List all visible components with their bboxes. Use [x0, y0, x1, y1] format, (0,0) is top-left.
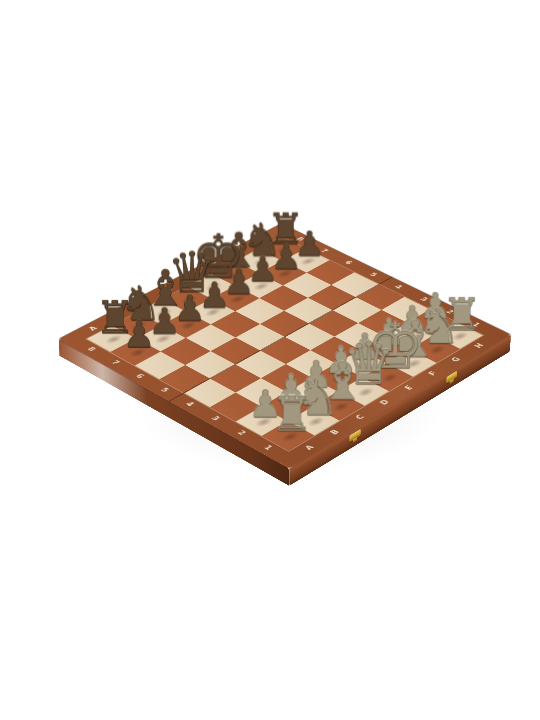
- piece-white-rook-a1: ♜: [266, 390, 317, 438]
- brass-clasp-left-icon: [349, 429, 361, 443]
- board-perspective-wrap: ♜♞♝♛♚♝♞♜♟♟♟♟♟♟♟♟♟♟♟♟♟♟♟♟♜♞♝♛♚♝♞♜ AABBCCD…: [125, 177, 445, 497]
- piece-black-pawn-a7: ♟: [115, 317, 163, 353]
- chess-set-photo: ♜♞♝♛♚♝♞♜♟♟♟♟♟♟♟♟♟♟♟♟♟♟♟♟♜♞♝♛♚♝♞♜ AABBCCD…: [0, 0, 540, 720]
- chessboard: ♜♞♝♛♚♝♞♜♟♟♟♟♟♟♟♟♟♟♟♟♟♟♟♟♜♞♝♛♚♝♞♜ AABBCCD…: [58, 224, 510, 469]
- brass-clasp-right-icon: [446, 371, 457, 384]
- board-squares: ♜♞♝♛♚♝♞♜♟♟♟♟♟♟♟♟♟♟♟♟♟♟♟♟♜♞♝♛♚♝♞♜: [87, 237, 483, 451]
